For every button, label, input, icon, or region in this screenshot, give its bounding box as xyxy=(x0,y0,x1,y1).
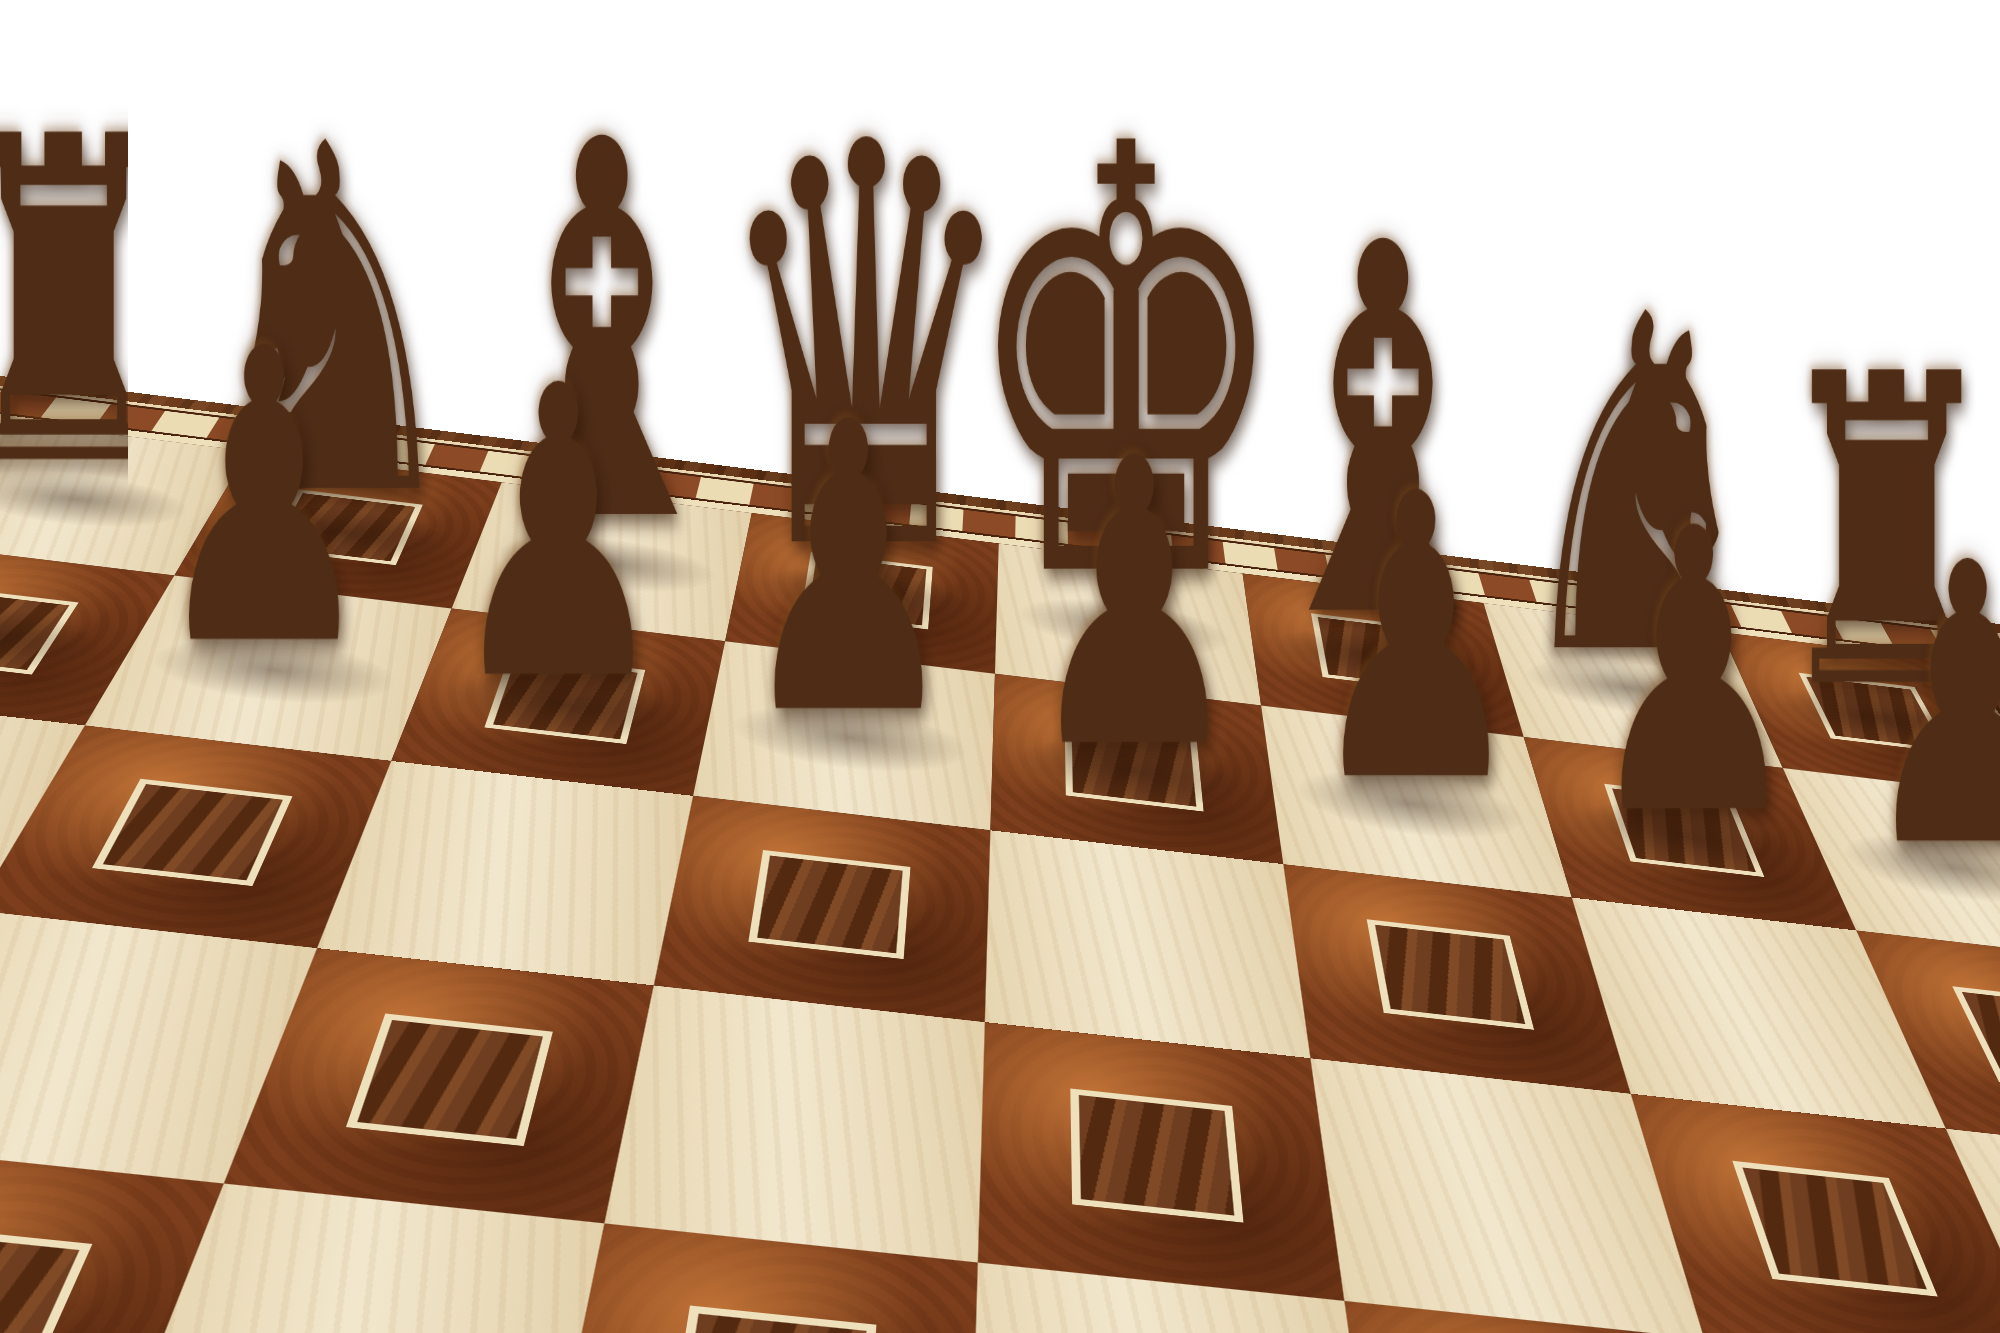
piece-dark-pawn[interactable]: ♟ xyxy=(1860,524,2000,891)
perspective-scene: ♜♞♝♛♚♝♞♜♟♟♟♟♟♟♟♟ xyxy=(0,0,2000,1333)
piece-dark-pawn[interactable]: ♟ xyxy=(152,308,376,692)
piece-dark-pawn[interactable]: ♟ xyxy=(0,270,79,656)
piece-dark-pawn[interactable]: ♟ xyxy=(1025,418,1245,793)
square-e6[interactable] xyxy=(985,830,1311,1058)
board-field: ♜♞♝♛♚♝♞♜♟♟♟♟♟♟♟♟ xyxy=(0,412,2000,1333)
piece-dark-pawn[interactable]: ♟ xyxy=(447,345,670,726)
board-mosaic-border: ♜♞♝♛♚♝♞♜♟♟♟♟♟♟♟♟ xyxy=(0,379,2000,1333)
chess-board: ♜♞♝♛♚♝♞♜♟♟♟♟♟♟♟♟ xyxy=(0,352,2000,1333)
piece-dark-pawn[interactable]: ♟ xyxy=(1307,454,1525,827)
piece-dark-pawn[interactable]: ♟ xyxy=(738,382,959,760)
square-e5[interactable] xyxy=(978,1022,1345,1301)
square-d5[interactable] xyxy=(604,985,984,1262)
piece-dark-pawn[interactable]: ♟ xyxy=(1586,489,1802,859)
chess-photo-canvas: Low-angle perspective photo of a handcra… xyxy=(0,0,2000,1333)
board-frame-walnut: ♜♞♝♛♚♝♞♜♟♟♟♟♟♟♟♟ xyxy=(0,352,2000,1333)
square-d6[interactable] xyxy=(654,796,991,1022)
